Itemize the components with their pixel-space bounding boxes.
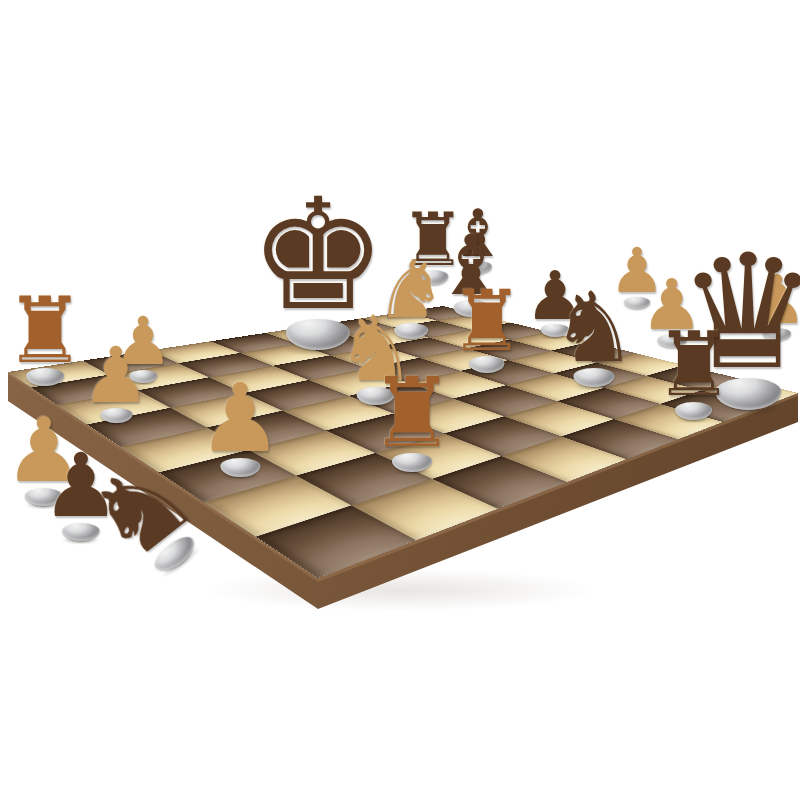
piece-light-rook-d6[interactable]: ♜ [449,279,524,373]
piece-dark-rook-h7[interactable]: ♜ [654,320,734,420]
rook-glyph: ♜ [449,279,524,363]
piece-light-pawn-c1[interactable]: ♟ [81,337,150,423]
rook-glyph: ♜ [4,285,86,376]
knight-glyph: ♞ [551,279,638,376]
metal-wobble-base [100,408,132,423]
piece-dark-knight-f7[interactable]: ♞ [551,279,638,387]
rook-glyph: ♜ [654,320,734,409]
piece-light-rook-a1[interactable]: ♜ [4,285,86,386]
rook-glyph: ♜ [369,365,455,461]
pawn-glyph: ♟ [81,337,150,414]
piece-light-rook-f4[interactable]: ♜ [369,365,455,472]
wobble-chess-scene: ♝♜♟♝♟♞♟♟♚♜♟♜♞♞♛♜♟♜♟♟♟♞ [0,0,800,800]
piece-light-pawn-e2[interactable]: ♟ [197,371,282,477]
pawn-glyph: ♟ [197,371,282,466]
